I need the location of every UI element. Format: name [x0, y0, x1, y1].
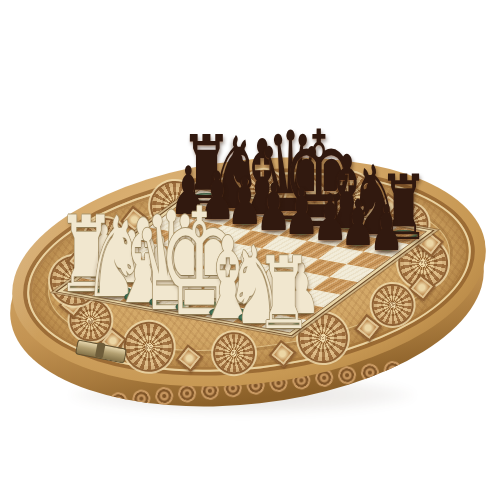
- chess-set-photo: ♜♞♝♛♚♝♞♜♟♟♟♟♟♟♟♟♟♟♟♟♟♟♟♟♜♞♝♛♚♝♞♜: [0, 0, 500, 500]
